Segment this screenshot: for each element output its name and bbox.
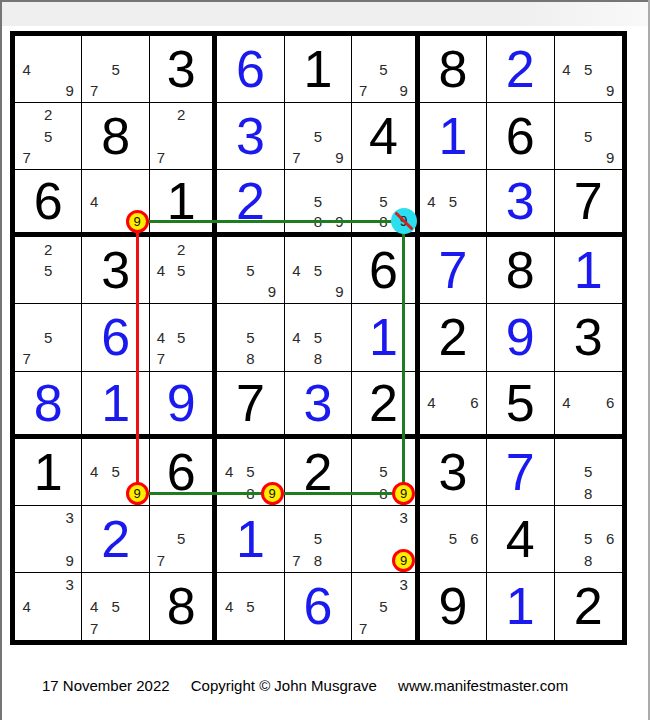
pencil-marks: 579 (353, 37, 413, 101)
candidate-7: 7 (83, 80, 104, 101)
candidate-4: 4 (556, 58, 578, 79)
candidate-8: 8 (577, 550, 599, 571)
cell-r9c1: 34 (15, 573, 82, 640)
candidate-7: 7 (16, 147, 37, 168)
given-digit: 6 (34, 175, 63, 227)
cell-r4c2: 3 (82, 237, 149, 304)
candidate-5: 5 (373, 461, 393, 482)
candidate-7: 7 (151, 348, 171, 369)
pencil-marks: 57 (83, 37, 147, 101)
solved-digit: 9 (506, 311, 535, 363)
pencil-marks: 59 (556, 104, 621, 168)
pencil-marks: 589 (286, 171, 350, 231)
given-digit: 3 (101, 244, 130, 296)
solved-digit: 7 (438, 244, 467, 296)
candidate-7: 7 (353, 80, 373, 101)
given-digit: 3 (574, 311, 603, 363)
solved-digit: 2 (101, 513, 130, 565)
candidate-2: 2 (171, 104, 191, 125)
given-digit: 1 (34, 446, 63, 498)
cell-r4c6: 6 (352, 237, 419, 304)
cell-r2c9: 59 (555, 103, 622, 170)
solved-digit: 2 (236, 175, 265, 227)
candidate-9: 9 (599, 147, 621, 168)
solved-digit: 3 (236, 110, 265, 162)
footer-copyright: Copyright © John Musgrave (191, 677, 377, 694)
cell-r6c3: 9 (150, 372, 217, 439)
candidate-5: 5 (373, 191, 393, 211)
candidate-2: 2 (171, 238, 191, 259)
cell-r5c9: 3 (555, 304, 622, 371)
cell-r3c1: 6 (15, 170, 82, 237)
pencil-marks: 357 (353, 574, 413, 639)
candidate-5: 5 (37, 125, 58, 146)
cell-r7c4: 4589 (217, 439, 284, 506)
cell-r3c8: 3 (487, 170, 554, 237)
cell-r9c2: 457 (82, 573, 149, 640)
given-digit: 6 (506, 110, 535, 162)
candidate-7: 7 (286, 550, 307, 571)
cell-r8c9: 568 (555, 506, 622, 573)
cell-r5c7: 2 (420, 304, 487, 371)
cell-r5c8: 9 (487, 304, 554, 371)
cell-r8c6: 39 (352, 506, 419, 573)
given-digit: 6 (369, 244, 398, 296)
candidate-8: 8 (577, 482, 599, 503)
candidate-9: 9 (394, 482, 414, 503)
candidate-8: 8 (307, 211, 328, 231)
candidate-8: 8 (307, 550, 328, 571)
cell-r1c1: 49 (15, 36, 82, 103)
solved-digit: 6 (236, 43, 265, 95)
cell-r9c9: 2 (555, 573, 622, 640)
solved-digit: 1 (506, 580, 535, 632)
given-digit: 4 (369, 110, 398, 162)
cell-r7c5: 2 (285, 439, 352, 506)
candidate-5: 5 (307, 125, 328, 146)
window-left-edge (0, 0, 2, 720)
pencil-marks: 4589 (218, 440, 282, 504)
candidate-7: 7 (286, 147, 307, 168)
candidate-5: 5 (240, 461, 261, 482)
candidate-4: 4 (83, 191, 104, 211)
candidate-4: 4 (556, 393, 578, 413)
cell-r1c9: 459 (555, 36, 622, 103)
cell-r7c8: 7 (487, 439, 554, 506)
cell-r4c5: 459 (285, 237, 352, 304)
cell-r4c4: 59 (217, 237, 284, 304)
cell-r3c7: 45 (420, 170, 487, 237)
candidate-9: 9 (599, 80, 621, 101)
footer-website: www.manifestmaster.com (398, 677, 568, 694)
cell-r3c4: 2 (217, 170, 284, 237)
pencil-marks: 459 (556, 37, 621, 101)
candidate-5: 5 (442, 528, 463, 549)
cell-r7c2: 459 (82, 439, 149, 506)
cell-r2c7: 1 (420, 103, 487, 170)
solved-digit: 1 (101, 377, 130, 429)
solved-digit: 1 (438, 110, 467, 162)
page-background: 4957361579824592578273579416596491258958… (0, 0, 650, 720)
given-digit: 3 (167, 43, 196, 95)
pencil-marks: 257 (16, 104, 80, 168)
pencil-marks: 57 (151, 507, 211, 571)
cell-r8c5: 578 (285, 506, 352, 573)
pencil-marks: 578 (286, 507, 350, 571)
cell-r1c6: 579 (352, 36, 419, 103)
pencil-marks: 56 (421, 507, 485, 571)
candidate-7: 7 (151, 550, 171, 571)
cell-r6c6: 2 (352, 372, 419, 439)
candidate-5: 5 (171, 260, 191, 281)
candidate-7: 7 (83, 617, 104, 639)
pencil-marks: 589 (353, 440, 413, 504)
cell-r6c9: 46 (555, 372, 622, 439)
cell-r2c8: 6 (487, 103, 554, 170)
cell-r2c2: 8 (82, 103, 149, 170)
candidate-5: 5 (171, 327, 191, 348)
candidate-4: 4 (218, 461, 239, 482)
given-digit: 7 (574, 175, 603, 227)
solved-digit: 1 (574, 244, 603, 296)
candidate-3: 3 (394, 574, 414, 596)
candidate-7: 7 (353, 617, 373, 639)
cell-r8c3: 57 (150, 506, 217, 573)
candidate-5: 5 (171, 528, 191, 549)
candidate-3: 3 (394, 507, 414, 528)
candidate-4: 4 (83, 596, 104, 618)
pencil-marks: 27 (151, 104, 211, 168)
candidate-9: 9 (261, 482, 282, 503)
sudoku-board: 4957361579824592578273579416596491258958… (10, 31, 627, 645)
cell-r1c8: 2 (487, 36, 554, 103)
solved-digit: 6 (101, 311, 130, 363)
cell-r5c4: 58 (217, 304, 284, 371)
candidate-4: 4 (151, 327, 171, 348)
cell-r8c1: 39 (15, 506, 82, 573)
candidate-2: 2 (37, 238, 58, 259)
candidate-5: 5 (307, 327, 328, 348)
candidate-4: 4 (218, 596, 239, 618)
given-digit: 2 (304, 446, 333, 498)
footer-date: 17 November 2022 (42, 677, 170, 694)
candidate-9: 9 (126, 211, 147, 231)
cell-r4c9: 1 (555, 237, 622, 304)
candidate-5: 5 (577, 58, 599, 79)
pencil-marks: 457 (151, 305, 211, 369)
candidate-8: 8 (373, 482, 393, 503)
cell-r1c4: 6 (217, 36, 284, 103)
cell-r5c5: 458 (285, 304, 352, 371)
pencil-marks: 57 (16, 305, 80, 369)
candidate-9: 9 (329, 211, 350, 231)
candidate-5: 5 (37, 327, 58, 348)
candidate-8: 8 (307, 348, 328, 369)
candidate-4: 4 (286, 260, 307, 281)
cell-r3c2: 49 (82, 170, 149, 237)
pencil-marks: 59 (218, 238, 282, 302)
solved-digit: 2 (506, 43, 535, 95)
candidate-9: 9 (394, 550, 414, 571)
candidate-4: 4 (421, 393, 442, 413)
candidate-8: 8 (373, 211, 393, 231)
candidate-4: 4 (83, 461, 104, 482)
solved-digit: 3 (304, 377, 333, 429)
candidate-4: 4 (286, 327, 307, 348)
cell-r5c3: 457 (150, 304, 217, 371)
candidate-5: 5 (373, 596, 393, 618)
pencil-marks: 46 (421, 373, 485, 433)
pencil-marks: 34 (16, 574, 80, 639)
cell-r4c3: 245 (150, 237, 217, 304)
candidate-4: 4 (421, 191, 442, 211)
candidate-5: 5 (442, 191, 463, 211)
solved-digit: 6 (304, 580, 333, 632)
cell-r1c7: 8 (420, 36, 487, 103)
pencil-marks: 58 (218, 305, 282, 369)
cell-r6c7: 46 (420, 372, 487, 439)
cell-r9c7: 9 (420, 573, 487, 640)
cell-r2c6: 4 (352, 103, 419, 170)
footer: 17 November 2022 Copyright © John Musgra… (42, 677, 568, 694)
given-digit: 8 (167, 580, 196, 632)
candidate-9: 9 (394, 211, 414, 231)
pencil-marks: 46 (556, 373, 621, 433)
pencil-marks: 457 (83, 574, 147, 639)
pencil-marks: 579 (286, 104, 350, 168)
given-digit: 8 (438, 43, 467, 95)
cell-r1c3: 3 (150, 36, 217, 103)
candidate-5: 5 (307, 191, 328, 211)
candidate-6: 6 (464, 393, 485, 413)
pencil-marks: 459 (83, 440, 147, 504)
cell-r6c1: 8 (15, 372, 82, 439)
cell-r3c3: 1 (150, 170, 217, 237)
cell-r2c4: 3 (217, 103, 284, 170)
candidate-5: 5 (307, 528, 328, 549)
pencil-marks: 58 (556, 440, 621, 504)
candidate-9: 9 (394, 80, 414, 101)
cell-r6c4: 7 (217, 372, 284, 439)
candidate-5: 5 (240, 327, 261, 348)
pencil-marks: 245 (151, 238, 211, 302)
cell-r5c2: 6 (82, 304, 149, 371)
candidate-5: 5 (577, 125, 599, 146)
cell-r8c7: 56 (420, 506, 487, 573)
given-digit: 2 (438, 311, 467, 363)
cell-r9c6: 357 (352, 573, 419, 640)
candidate-4: 4 (16, 596, 37, 618)
cell-r8c4: 1 (217, 506, 284, 573)
cell-r9c8: 1 (487, 573, 554, 640)
pencil-marks: 45 (218, 574, 282, 639)
given-digit: 8 (506, 244, 535, 296)
candidate-5: 5 (373, 58, 393, 79)
solved-digit: 1 (236, 513, 265, 565)
window-top-band (0, 0, 650, 26)
candidate-9: 9 (329, 281, 350, 302)
cell-r7c7: 3 (420, 439, 487, 506)
candidate-3: 3 (59, 574, 80, 596)
given-digit: 6 (167, 446, 196, 498)
candidate-5: 5 (577, 461, 599, 482)
solved-digit: 1 (369, 311, 398, 363)
solved-digit: 8 (34, 377, 63, 429)
cell-r2c1: 257 (15, 103, 82, 170)
candidate-9: 9 (329, 147, 350, 168)
candidate-8: 8 (240, 482, 261, 503)
candidate-9: 9 (126, 482, 147, 503)
cell-r9c5: 6 (285, 573, 352, 640)
cell-r6c2: 1 (82, 372, 149, 439)
candidate-6: 6 (599, 528, 621, 549)
pencil-marks: 25 (16, 238, 80, 302)
candidate-9: 9 (59, 80, 80, 101)
cell-r3c5: 589 (285, 170, 352, 237)
pencil-marks: 49 (16, 37, 80, 101)
given-digit: 4 (506, 513, 535, 565)
cell-r9c3: 8 (150, 573, 217, 640)
pencil-marks: 458 (286, 305, 350, 369)
given-digit: 1 (167, 175, 196, 227)
cell-r5c6: 1 (352, 304, 419, 371)
given-digit: 2 (369, 377, 398, 429)
candidate-9: 9 (261, 281, 282, 302)
cell-r6c5: 3 (285, 372, 352, 439)
cell-r7c9: 58 (555, 439, 622, 506)
cell-r8c8: 4 (487, 506, 554, 573)
candidate-8: 8 (240, 348, 261, 369)
pencil-marks: 459 (286, 238, 350, 302)
solved-digit: 9 (167, 377, 196, 429)
candidate-3: 3 (59, 507, 80, 528)
solved-digit: 7 (506, 446, 535, 498)
pencil-marks: 45 (421, 171, 485, 231)
cell-r2c5: 579 (285, 103, 352, 170)
cell-r5c1: 57 (15, 304, 82, 371)
candidate-4: 4 (16, 58, 37, 79)
pencil-marks: 568 (556, 507, 621, 571)
cell-r3c9: 7 (555, 170, 622, 237)
given-digit: 7 (236, 377, 265, 429)
given-digit: 9 (438, 580, 467, 632)
candidate-5: 5 (307, 260, 328, 281)
cell-r3c6: 589 (352, 170, 419, 237)
candidate-7: 7 (151, 147, 171, 168)
given-digit: 2 (574, 580, 603, 632)
candidate-6: 6 (599, 393, 621, 413)
pencil-marks: 49 (83, 171, 147, 231)
cell-r4c7: 7 (420, 237, 487, 304)
pencil-marks: 589 (353, 171, 413, 231)
solved-digit: 3 (506, 175, 535, 227)
given-digit: 8 (101, 110, 130, 162)
cell-r6c8: 5 (487, 372, 554, 439)
candidate-4: 4 (151, 260, 171, 281)
given-digit: 5 (506, 377, 535, 429)
given-digit: 3 (438, 446, 467, 498)
candidate-5: 5 (240, 596, 261, 618)
cell-r2c3: 27 (150, 103, 217, 170)
candidate-2: 2 (37, 104, 58, 125)
candidate-5: 5 (105, 58, 126, 79)
pencil-marks: 39 (353, 507, 413, 571)
candidate-6: 6 (464, 528, 485, 549)
cell-r8c2: 2 (82, 506, 149, 573)
cell-r9c4: 45 (217, 573, 284, 640)
cell-r7c1: 1 (15, 439, 82, 506)
candidate-5: 5 (105, 461, 126, 482)
cell-r1c5: 1 (285, 36, 352, 103)
given-digit: 1 (304, 43, 333, 95)
candidate-5: 5 (240, 260, 261, 281)
cell-r7c6: 589 (352, 439, 419, 506)
candidate-5: 5 (577, 528, 599, 549)
candidate-9: 9 (59, 550, 80, 571)
candidate-7: 7 (16, 348, 37, 369)
cell-r1c2: 57 (82, 36, 149, 103)
cell-r4c8: 8 (487, 237, 554, 304)
candidate-5: 5 (105, 596, 126, 618)
cell-r7c3: 6 (150, 439, 217, 506)
candidate-5: 5 (37, 260, 58, 281)
pencil-marks: 39 (16, 507, 80, 571)
cell-r4c1: 25 (15, 237, 82, 304)
